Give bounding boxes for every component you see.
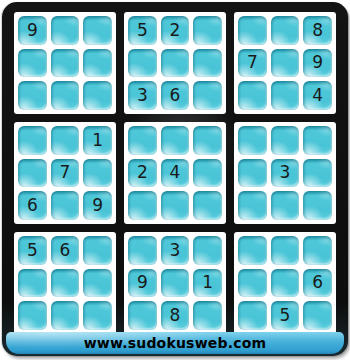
cell-r1c8[interactable] xyxy=(271,16,300,45)
cell-r9c3[interactable] xyxy=(83,301,112,330)
cell-r2c7[interactable]: 7 xyxy=(238,49,267,78)
cell-r9c9[interactable] xyxy=(303,301,332,330)
sudoku-box-3-1: 56 xyxy=(14,232,116,334)
sudoku-box-1-3: 8794 xyxy=(234,12,336,114)
cell-r3c3[interactable] xyxy=(83,81,112,110)
cell-r2c4[interactable] xyxy=(128,49,157,78)
cell-r8c1[interactable] xyxy=(18,269,47,298)
cell-r7c8[interactable] xyxy=(271,236,300,265)
sudoku-box-2-1: 1769 xyxy=(14,122,116,224)
cell-r7c4[interactable] xyxy=(128,236,157,265)
cell-r8c4[interactable]: 9 xyxy=(128,269,157,298)
website-url[interactable]: www.sudokusweb.com xyxy=(84,335,267,351)
cell-r8c6[interactable]: 1 xyxy=(193,269,222,298)
cell-r8c7[interactable] xyxy=(238,269,267,298)
cell-r6c4[interactable] xyxy=(128,191,157,220)
cell-r7c6[interactable] xyxy=(193,236,222,265)
cell-r4c4[interactable] xyxy=(128,126,157,155)
cell-r3c9[interactable]: 4 xyxy=(303,81,332,110)
sudoku-box-3-3: 65 xyxy=(234,232,336,334)
cell-r7c3[interactable] xyxy=(83,236,112,265)
cell-r9c1[interactable] xyxy=(18,301,47,330)
cell-r7c1[interactable]: 5 xyxy=(18,236,47,265)
cell-r8c8[interactable] xyxy=(271,269,300,298)
cell-r2c2[interactable] xyxy=(51,49,80,78)
sudoku-board: 952368794176924356391865 www.sudokusweb.… xyxy=(2,2,348,356)
cell-r5c9[interactable] xyxy=(303,159,332,188)
cell-r1c4[interactable]: 5 xyxy=(128,16,157,45)
cell-r4c6[interactable] xyxy=(193,126,222,155)
cell-r2c1[interactable] xyxy=(18,49,47,78)
cell-r1c2[interactable] xyxy=(51,16,80,45)
cell-r3c4[interactable]: 3 xyxy=(128,81,157,110)
cell-r9c4[interactable] xyxy=(128,301,157,330)
cell-r3c6[interactable] xyxy=(193,81,222,110)
cell-r5c1[interactable] xyxy=(18,159,47,188)
cell-r7c2[interactable]: 6 xyxy=(51,236,80,265)
cell-r1c6[interactable] xyxy=(193,16,222,45)
cell-r2c6[interactable] xyxy=(193,49,222,78)
cell-r2c3[interactable] xyxy=(83,49,112,78)
cell-r8c3[interactable] xyxy=(83,269,112,298)
cell-r4c7[interactable] xyxy=(238,126,267,155)
cell-r7c5[interactable]: 3 xyxy=(161,236,190,265)
footer-bar: www.sudokusweb.com xyxy=(6,332,344,354)
cell-r2c9[interactable]: 9 xyxy=(303,49,332,78)
cell-r9c6[interactable] xyxy=(193,301,222,330)
cell-r4c1[interactable] xyxy=(18,126,47,155)
cell-r3c2[interactable] xyxy=(51,81,80,110)
cell-r6c9[interactable] xyxy=(303,191,332,220)
cell-r4c9[interactable] xyxy=(303,126,332,155)
cell-r9c2[interactable] xyxy=(51,301,80,330)
sudoku-box-2-2: 24 xyxy=(124,122,226,224)
cell-r6c3[interactable]: 9 xyxy=(83,191,112,220)
cell-r5c2[interactable]: 7 xyxy=(51,159,80,188)
cell-r5c4[interactable]: 2 xyxy=(128,159,157,188)
cell-r3c5[interactable]: 6 xyxy=(161,81,190,110)
cell-r8c5[interactable] xyxy=(161,269,190,298)
cell-r8c9[interactable]: 6 xyxy=(303,269,332,298)
cell-r7c9[interactable] xyxy=(303,236,332,265)
cell-r3c8[interactable] xyxy=(271,81,300,110)
cell-r4c3[interactable]: 1 xyxy=(83,126,112,155)
cell-r2c5[interactable] xyxy=(161,49,190,78)
cell-r5c5[interactable]: 4 xyxy=(161,159,190,188)
cell-r5c6[interactable] xyxy=(193,159,222,188)
cell-r9c5[interactable]: 8 xyxy=(161,301,190,330)
cell-r1c9[interactable]: 8 xyxy=(303,16,332,45)
cell-r6c6[interactable] xyxy=(193,191,222,220)
sudoku-box-1-2: 5236 xyxy=(124,12,226,114)
cell-r1c5[interactable]: 2 xyxy=(161,16,190,45)
cell-r5c7[interactable] xyxy=(238,159,267,188)
cell-r3c1[interactable] xyxy=(18,81,47,110)
sudoku-box-3-2: 3918 xyxy=(124,232,226,334)
cell-r5c8[interactable]: 3 xyxy=(271,159,300,188)
cell-r2c8[interactable] xyxy=(271,49,300,78)
cell-r8c2[interactable] xyxy=(51,269,80,298)
sudoku-box-2-3: 3 xyxy=(234,122,336,224)
cell-r6c5[interactable] xyxy=(161,191,190,220)
cell-r4c5[interactable] xyxy=(161,126,190,155)
cell-r1c1[interactable]: 9 xyxy=(18,16,47,45)
cell-r6c2[interactable] xyxy=(51,191,80,220)
cell-r6c1[interactable]: 6 xyxy=(18,191,47,220)
cell-r6c7[interactable] xyxy=(238,191,267,220)
cell-r4c2[interactable] xyxy=(51,126,80,155)
cell-r3c7[interactable] xyxy=(238,81,267,110)
cell-r9c7[interactable] xyxy=(238,301,267,330)
sudoku-box-1-1: 9 xyxy=(14,12,116,114)
cell-r7c7[interactable] xyxy=(238,236,267,265)
sudoku-grid: 952368794176924356391865 xyxy=(14,12,336,334)
cell-r4c8[interactable] xyxy=(271,126,300,155)
cell-r5c3[interactable] xyxy=(83,159,112,188)
cell-r6c8[interactable] xyxy=(271,191,300,220)
cell-r1c7[interactable] xyxy=(238,16,267,45)
cell-r9c8[interactable]: 5 xyxy=(271,301,300,330)
cell-r1c3[interactable] xyxy=(83,16,112,45)
